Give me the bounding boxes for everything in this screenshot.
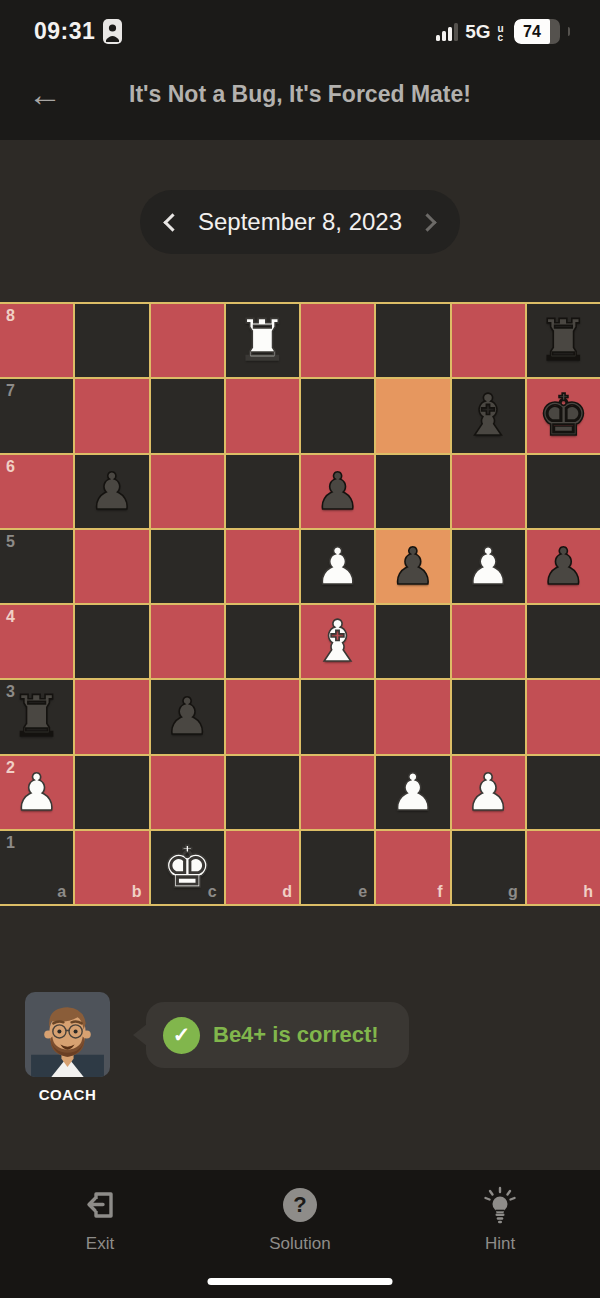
piece-black-pawn: ♟ [541,541,587,592]
square-e8[interactable] [301,304,374,377]
square-h3[interactable] [527,680,600,753]
rank-label-3: 3 [6,684,15,700]
square-c4[interactable] [151,605,224,678]
square-b2[interactable] [75,756,148,829]
square-d3[interactable] [226,680,299,753]
square-b1[interactable]: b [75,831,148,904]
rank-label-6: 6 [6,459,15,475]
coach-message: Be4+ is correct! [213,1022,379,1048]
piece-black-pawn: ♟ [315,466,361,517]
solution-label: Solution [269,1234,330,1254]
square-b6[interactable]: ♟ [75,455,148,528]
square-g1[interactable]: g [452,831,525,904]
hint-label: Hint [485,1234,515,1254]
rank-label-4: 4 [6,609,15,625]
square-h2[interactable] [527,756,600,829]
square-f1[interactable]: f [376,831,449,904]
square-h7[interactable]: ♚ [527,379,600,452]
square-d7[interactable] [226,379,299,452]
square-a4[interactable]: 4 [0,605,73,678]
square-a6[interactable]: 6 [0,455,73,528]
square-c1[interactable]: c♚ [151,831,224,904]
square-g6[interactable] [452,455,525,528]
chess-board: 8♜♜7♝♚6♟♟5♟♟♟♟4♝3♜♟2♟♟♟1abc♚defgh [0,302,600,906]
bottom-nav: Exit ? Solution [0,1170,600,1298]
exit-button[interactable]: Exit [0,1170,200,1298]
date-label[interactable]: September 8, 2023 [198,208,402,236]
puzzle-screen: 09:31 5G uc 74 ← [0,0,600,1298]
file-label-d: d [282,884,292,900]
signal-strength-icon [436,23,458,41]
square-f4[interactable] [376,605,449,678]
square-h6[interactable] [527,455,600,528]
piece-white-pawn: ♟ [14,767,60,818]
exit-label: Exit [86,1234,114,1254]
coach: COACH [25,992,110,1103]
piece-white-pawn: ♟ [465,541,511,592]
header: ← It's Not a Bug, It's Forced Mate! [0,59,600,129]
rank-label-5: 5 [6,534,15,550]
file-label-a: a [57,884,66,900]
piece-black-pawn: ♟ [89,466,135,517]
square-a1[interactable]: 1a [0,831,73,904]
coach-avatar [25,992,110,1077]
square-g2[interactable]: ♟ [452,756,525,829]
home-indicator[interactable] [208,1278,393,1285]
piece-white-pawn: ♟ [390,767,436,818]
square-d5[interactable] [226,530,299,603]
piece-black-pawn: ♟ [390,541,436,592]
square-b8[interactable] [75,304,148,377]
battery-nub [568,27,571,36]
contact-card-icon [103,19,122,44]
file-label-f: f [437,884,442,900]
square-b5[interactable] [75,530,148,603]
square-b4[interactable] [75,605,148,678]
file-label-c: c [208,884,217,900]
square-f5[interactable]: ♟ [376,530,449,603]
square-g7[interactable]: ♝ [452,379,525,452]
piece-white-pawn: ♟ [465,767,511,818]
square-h5[interactable]: ♟ [527,530,600,603]
piece-white-bishop: ♝ [312,613,363,670]
square-g5[interactable]: ♟ [452,530,525,603]
square-c3[interactable]: ♟ [151,680,224,753]
coach-label: COACH [25,1086,110,1103]
file-label-e: e [358,884,367,900]
square-d4[interactable] [226,605,299,678]
status-bar: 09:31 5G uc 74 [0,0,600,45]
square-f8[interactable] [376,304,449,377]
exit-door-icon [83,1185,117,1225]
lightbulb-icon [482,1185,518,1225]
rank-label-2: 2 [6,760,15,776]
file-label-g: g [508,884,518,900]
piece-black-pawn: ♟ [164,691,210,742]
square-f6[interactable] [376,455,449,528]
square-f7[interactable] [376,379,449,452]
piece-black-bishop: ♝ [463,387,514,444]
rank-label-1: 1 [6,835,15,851]
top-chrome: 09:31 5G uc 74 ← [0,0,600,140]
square-g8[interactable] [452,304,525,377]
square-e1[interactable]: e [301,831,374,904]
battery-percent: 74 [514,19,551,44]
speech-bubble-tail [133,1024,147,1046]
rank-label-7: 7 [6,383,15,399]
coach-row: COACH ✓ Be4+ is correct! [25,992,409,1103]
square-c2[interactable] [151,756,224,829]
square-c8[interactable] [151,304,224,377]
square-f2[interactable]: ♟ [376,756,449,829]
square-a5[interactable]: 5 [0,530,73,603]
square-a3[interactable]: 3♜ [0,680,73,753]
battery-icon: 74 [514,19,560,44]
coach-speech-bubble: ✓ Be4+ is correct! [146,1002,409,1068]
square-d2[interactable] [226,756,299,829]
file-label-h: h [583,884,593,900]
square-a2[interactable]: 2♟ [0,756,73,829]
square-c7[interactable] [151,379,224,452]
prev-date-chevron-icon[interactable] [163,213,181,231]
question-mark-icon: ? [283,1185,317,1225]
square-b3[interactable] [75,680,148,753]
square-d8[interactable]: ♜ [226,304,299,377]
square-b7[interactable] [75,379,148,452]
piece-white-king: ♚ [162,839,213,896]
square-h4[interactable] [527,605,600,678]
square-g3[interactable] [452,680,525,753]
square-e3[interactable] [301,680,374,753]
square-a8[interactable]: 8 [0,304,73,377]
date-navigator: September 8, 2023 [140,190,460,254]
piece-black-rook: ♜ [11,688,62,745]
square-d1[interactable]: d [226,831,299,904]
square-e4[interactable]: ♝ [301,605,374,678]
rank-label-8: 8 [6,308,15,324]
hint-button[interactable]: Hint [400,1170,600,1298]
back-arrow-icon[interactable]: ← [28,77,62,111]
square-f3[interactable] [376,680,449,753]
clock-time: 09:31 [34,18,95,45]
file-label-b: b [132,884,142,900]
square-e2[interactable] [301,756,374,829]
square-a7[interactable]: 7 [0,379,73,452]
piece-white-pawn: ♟ [315,541,361,592]
square-g4[interactable] [452,605,525,678]
piece-black-rook: ♜ [538,312,589,369]
square-c6[interactable] [151,455,224,528]
next-date-chevron-icon[interactable] [418,213,436,231]
square-e7[interactable] [301,379,374,452]
square-h8[interactable]: ♜ [527,304,600,377]
network-sub-label: uc [498,24,507,42]
correct-check-icon: ✓ [163,1017,200,1054]
square-h1[interactable]: h [527,831,600,904]
square-e5[interactable]: ♟ [301,530,374,603]
square-d6[interactable] [226,455,299,528]
piece-white-rook: ♜ [237,312,288,369]
network-type-label: 5G [465,21,490,43]
square-e6[interactable]: ♟ [301,455,374,528]
square-c5[interactable] [151,530,224,603]
piece-black-king: ♚ [538,387,589,444]
page-title: It's Not a Bug, It's Forced Mate! [0,59,600,129]
